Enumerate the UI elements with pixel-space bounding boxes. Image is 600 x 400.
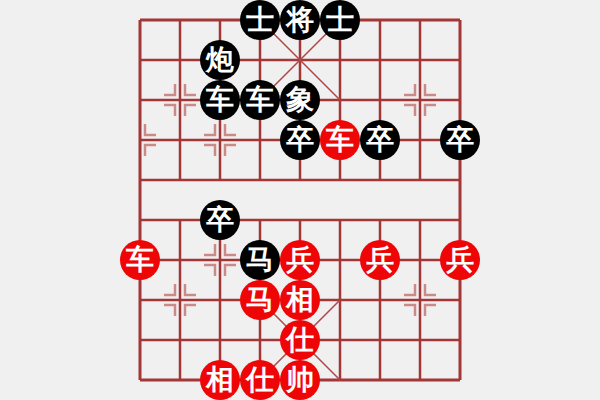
piece-red-general[interactable]: 帅 bbox=[280, 360, 320, 400]
pieces-layer: 士将士炮车车象卒车卒卒卒车马兵兵兵马相仕相仕帅 bbox=[0, 0, 600, 400]
piece-red-elephant[interactable]: 相 bbox=[280, 280, 320, 320]
piece-red-soldier[interactable]: 兵 bbox=[360, 240, 400, 280]
piece-red-chariot[interactable]: 车 bbox=[320, 120, 360, 160]
piece-black-soldier[interactable]: 卒 bbox=[200, 200, 240, 240]
piece-red-advisor[interactable]: 仕 bbox=[240, 360, 280, 400]
piece-red-advisor[interactable]: 仕 bbox=[280, 320, 320, 360]
piece-black-horse[interactable]: 马 bbox=[240, 240, 280, 280]
piece-black-cannon[interactable]: 炮 bbox=[200, 40, 240, 80]
xiangqi-board-screenshot: 士将士炮车车象卒车卒卒卒车马兵兵兵马相仕相仕帅 bbox=[0, 0, 600, 400]
piece-black-soldier[interactable]: 卒 bbox=[360, 120, 400, 160]
piece-black-advisor[interactable]: 士 bbox=[320, 0, 360, 40]
piece-black-soldier[interactable]: 卒 bbox=[440, 120, 480, 160]
piece-red-soldier[interactable]: 兵 bbox=[440, 240, 480, 280]
piece-red-horse[interactable]: 马 bbox=[240, 280, 280, 320]
piece-red-soldier[interactable]: 兵 bbox=[280, 240, 320, 280]
piece-black-chariot[interactable]: 车 bbox=[240, 80, 280, 120]
piece-black-chariot[interactable]: 车 bbox=[200, 80, 240, 120]
piece-red-elephant[interactable]: 相 bbox=[200, 360, 240, 400]
piece-black-advisor[interactable]: 士 bbox=[240, 0, 280, 40]
piece-black-soldier[interactable]: 卒 bbox=[280, 120, 320, 160]
piece-black-elephant[interactable]: 象 bbox=[280, 80, 320, 120]
piece-black-general[interactable]: 将 bbox=[280, 0, 320, 40]
piece-red-chariot[interactable]: 车 bbox=[120, 240, 160, 280]
